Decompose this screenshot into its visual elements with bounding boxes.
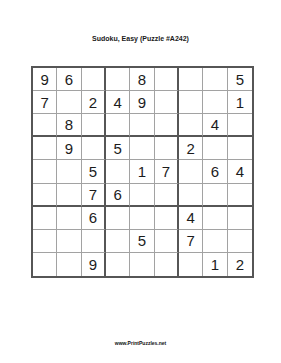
cell-r6c6 <box>155 184 179 207</box>
cell-r2c7 <box>179 91 203 114</box>
cell-r6c1 <box>33 184 57 207</box>
cell-r9c4 <box>106 253 130 276</box>
cell-r8c4 <box>106 230 130 253</box>
cell-r2c1: 7 <box>33 91 57 114</box>
cell-r3c1 <box>33 114 57 137</box>
cell-r8c6 <box>155 230 179 253</box>
cell-r1c5: 8 <box>130 68 154 91</box>
cell-r1c7 <box>179 68 203 91</box>
cell-r6c3: 7 <box>82 184 106 207</box>
cell-r2c9: 1 <box>228 91 252 114</box>
cell-r7c5 <box>130 207 154 230</box>
footer-url: www.PrintPuzzles.net <box>0 340 281 347</box>
cell-r9c3: 9 <box>82 253 106 276</box>
cell-r8c1 <box>33 230 57 253</box>
cell-r2c4: 4 <box>106 91 130 114</box>
cell-r7c8 <box>203 207 227 230</box>
cell-r7c6 <box>155 207 179 230</box>
cell-r7c9 <box>228 207 252 230</box>
cell-r5c5: 1 <box>130 160 154 183</box>
cell-r3c6 <box>155 114 179 137</box>
cell-r4c5 <box>130 137 154 160</box>
cell-r7c3: 6 <box>82 207 106 230</box>
cell-r7c4 <box>106 207 130 230</box>
cell-r1c4 <box>106 68 130 91</box>
cell-r8c3 <box>82 230 106 253</box>
cell-r1c1: 9 <box>33 68 57 91</box>
cell-r9c5 <box>130 253 154 276</box>
cell-r8c2 <box>57 230 81 253</box>
cell-r3c3 <box>82 114 106 137</box>
cell-r9c1 <box>33 253 57 276</box>
cell-r3c8: 4 <box>203 114 227 137</box>
cell-r5c4 <box>106 160 130 183</box>
cell-r6c5 <box>130 184 154 207</box>
cell-r7c2 <box>57 207 81 230</box>
cell-r3c2: 8 <box>57 114 81 137</box>
cell-r1c9: 5 <box>228 68 252 91</box>
cell-r4c6 <box>155 137 179 160</box>
cell-r6c4: 6 <box>106 184 130 207</box>
cell-r9c2 <box>57 253 81 276</box>
cell-r9c8: 1 <box>203 253 227 276</box>
cell-r7c7: 4 <box>179 207 203 230</box>
cell-r5c8: 6 <box>203 160 227 183</box>
cell-r9c7 <box>179 253 203 276</box>
cell-r6c7 <box>179 184 203 207</box>
cell-r2c3: 2 <box>82 91 106 114</box>
cell-r9c9: 2 <box>228 253 252 276</box>
cell-r9c6 <box>155 253 179 276</box>
cell-r1c3 <box>82 68 106 91</box>
cell-r4c9 <box>228 137 252 160</box>
page-title: Sudoku, Easy (Puzzle #A242) <box>0 34 281 43</box>
cell-r4c8 <box>203 137 227 160</box>
cell-r8c7: 7 <box>179 230 203 253</box>
cell-r2c2 <box>57 91 81 114</box>
cell-r3c7 <box>179 114 203 137</box>
cell-r1c6 <box>155 68 179 91</box>
cell-r6c8 <box>203 184 227 207</box>
cell-r5c9: 4 <box>228 160 252 183</box>
cell-r3c5 <box>130 114 154 137</box>
cell-r5c3: 5 <box>82 160 106 183</box>
cell-r4c3 <box>82 137 106 160</box>
cell-r3c4 <box>106 114 130 137</box>
cell-r8c8 <box>203 230 227 253</box>
cell-r5c2 <box>57 160 81 183</box>
cell-r5c7 <box>179 160 203 183</box>
cell-r2c6 <box>155 91 179 114</box>
cell-r4c7: 2 <box>179 137 203 160</box>
cell-r8c5: 5 <box>130 230 154 253</box>
cell-r2c5: 9 <box>130 91 154 114</box>
cell-r5c1 <box>33 160 57 183</box>
cell-r8c9 <box>228 230 252 253</box>
cell-r4c4: 5 <box>106 137 130 160</box>
cell-r1c8 <box>203 68 227 91</box>
cell-r6c2 <box>57 184 81 207</box>
cell-r2c8 <box>203 91 227 114</box>
cell-r1c2: 6 <box>57 68 81 91</box>
cell-r4c2: 9 <box>57 137 81 160</box>
cell-r7c1 <box>33 207 57 230</box>
cell-r6c9 <box>228 184 252 207</box>
cell-r4c1 <box>33 137 57 160</box>
cell-r5c6: 7 <box>155 160 179 183</box>
cell-r3c9 <box>228 114 252 137</box>
sudoku-grid: 9685724918495251764766457912 <box>31 66 254 278</box>
